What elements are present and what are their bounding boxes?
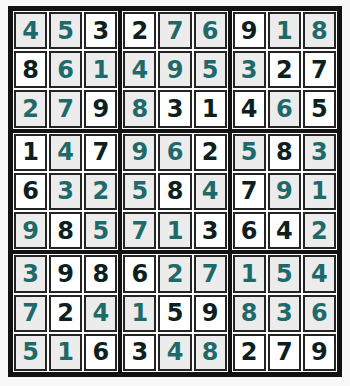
sudoku-cell-r5c4[interactable]: 5 bbox=[123, 173, 156, 210]
sudoku-board: 4538612792764958319183274651476329859625… bbox=[8, 6, 342, 377]
sudoku-cell-r3c4[interactable]: 8 bbox=[123, 90, 156, 127]
sudoku-cell-r5c5[interactable]: 8 bbox=[158, 173, 191, 210]
sudoku-cell-r2c4[interactable]: 4 bbox=[123, 51, 156, 88]
sudoku-cell-r7c3[interactable]: 8 bbox=[84, 255, 117, 292]
sudoku-box-r1c2: 276495831 bbox=[120, 9, 229, 131]
sudoku-cell-r8c5[interactable]: 5 bbox=[158, 295, 191, 332]
sudoku-cell-r6c1[interactable]: 9 bbox=[14, 212, 47, 249]
sudoku-cell-r6c3[interactable]: 5 bbox=[84, 212, 117, 249]
sudoku-cell-r3c8[interactable]: 6 bbox=[268, 90, 301, 127]
sudoku-cell-r8c6[interactable]: 9 bbox=[194, 295, 227, 332]
sudoku-cell-r8c7[interactable]: 8 bbox=[233, 295, 266, 332]
sudoku-cell-r6c9[interactable]: 2 bbox=[303, 212, 336, 249]
sudoku-cell-r4c7[interactable]: 5 bbox=[233, 134, 266, 171]
sudoku-cell-r1c3[interactable]: 3 bbox=[84, 12, 117, 49]
sudoku-cell-r9c4[interactable]: 3 bbox=[123, 334, 156, 371]
sudoku-cell-r4c1[interactable]: 1 bbox=[14, 134, 47, 171]
sudoku-cell-r1c6[interactable]: 6 bbox=[194, 12, 227, 49]
sudoku-cell-r1c9[interactable]: 8 bbox=[303, 12, 336, 49]
sudoku-cell-r3c7[interactable]: 4 bbox=[233, 90, 266, 127]
sudoku-cell-r5c2[interactable]: 3 bbox=[49, 173, 82, 210]
sudoku-cell-r9c8[interactable]: 7 bbox=[268, 334, 301, 371]
sudoku-box-r2c1: 147632985 bbox=[11, 131, 120, 253]
sudoku-box-r3c3: 154836279 bbox=[230, 252, 339, 374]
sudoku-cell-r4c8[interactable]: 8 bbox=[268, 134, 301, 171]
sudoku-cell-r1c8[interactable]: 1 bbox=[268, 12, 301, 49]
sudoku-cell-r1c2[interactable]: 5 bbox=[49, 12, 82, 49]
sudoku-box-r3c1: 398724516 bbox=[11, 252, 120, 374]
sudoku-cell-r3c2[interactable]: 7 bbox=[49, 90, 82, 127]
sudoku-cell-r4c9[interactable]: 3 bbox=[303, 134, 336, 171]
sudoku-cell-r9c3[interactable]: 6 bbox=[84, 334, 117, 371]
sudoku-cell-r9c2[interactable]: 1 bbox=[49, 334, 82, 371]
sudoku-box-r2c3: 583791642 bbox=[230, 131, 339, 253]
sudoku-cell-r4c2[interactable]: 4 bbox=[49, 134, 82, 171]
sudoku-cell-r7c7[interactable]: 1 bbox=[233, 255, 266, 292]
sudoku-cell-r8c9[interactable]: 6 bbox=[303, 295, 336, 332]
sudoku-cell-r2c2[interactable]: 6 bbox=[49, 51, 82, 88]
sudoku-cell-r8c2[interactable]: 2 bbox=[49, 295, 82, 332]
sudoku-cell-r2c8[interactable]: 2 bbox=[268, 51, 301, 88]
sudoku-cell-r2c3[interactable]: 1 bbox=[84, 51, 117, 88]
sudoku-cell-r2c9[interactable]: 7 bbox=[303, 51, 336, 88]
sudoku-cell-r7c5[interactable]: 2 bbox=[158, 255, 191, 292]
sudoku-box-r3c2: 627159348 bbox=[120, 252, 229, 374]
sudoku-cell-r6c7[interactable]: 6 bbox=[233, 212, 266, 249]
sudoku-cell-r6c2[interactable]: 8 bbox=[49, 212, 82, 249]
sudoku-cell-r5c6[interactable]: 4 bbox=[194, 173, 227, 210]
sudoku-cell-r6c4[interactable]: 7 bbox=[123, 212, 156, 249]
sudoku-cell-r6c8[interactable]: 4 bbox=[268, 212, 301, 249]
sudoku-box-r1c3: 918327465 bbox=[230, 9, 339, 131]
sudoku-box-r2c2: 962584713 bbox=[120, 131, 229, 253]
sudoku-cell-r6c5[interactable]: 1 bbox=[158, 212, 191, 249]
sudoku-cell-r3c3[interactable]: 9 bbox=[84, 90, 117, 127]
sudoku-cell-r3c9[interactable]: 5 bbox=[303, 90, 336, 127]
sudoku-cell-r9c9[interactable]: 9 bbox=[303, 334, 336, 371]
sudoku-cell-r7c4[interactable]: 6 bbox=[123, 255, 156, 292]
sudoku-cell-r5c7[interactable]: 7 bbox=[233, 173, 266, 210]
sudoku-cell-r8c3[interactable]: 4 bbox=[84, 295, 117, 332]
sudoku-cell-r7c1[interactable]: 3 bbox=[14, 255, 47, 292]
sudoku-cell-r2c7[interactable]: 3 bbox=[233, 51, 266, 88]
sudoku-cell-r8c8[interactable]: 3 bbox=[268, 295, 301, 332]
sudoku-cell-r3c5[interactable]: 3 bbox=[158, 90, 191, 127]
sudoku-cell-r7c9[interactable]: 4 bbox=[303, 255, 336, 292]
sudoku-cell-r7c2[interactable]: 9 bbox=[49, 255, 82, 292]
sudoku-cell-r9c5[interactable]: 4 bbox=[158, 334, 191, 371]
sudoku-cell-r5c1[interactable]: 6 bbox=[14, 173, 47, 210]
sudoku-page: 4538612792764958319183274651476329859625… bbox=[0, 0, 350, 385]
sudoku-cell-r4c3[interactable]: 7 bbox=[84, 134, 117, 171]
sudoku-cell-r9c6[interactable]: 8 bbox=[194, 334, 227, 371]
sudoku-cell-r2c1[interactable]: 8 bbox=[14, 51, 47, 88]
sudoku-cell-r5c3[interactable]: 2 bbox=[84, 173, 117, 210]
sudoku-cell-r3c6[interactable]: 1 bbox=[194, 90, 227, 127]
sudoku-cell-r3c1[interactable]: 2 bbox=[14, 90, 47, 127]
sudoku-cell-r4c4[interactable]: 9 bbox=[123, 134, 156, 171]
sudoku-cell-r5c8[interactable]: 9 bbox=[268, 173, 301, 210]
sudoku-cell-r1c4[interactable]: 2 bbox=[123, 12, 156, 49]
sudoku-cell-r5c9[interactable]: 1 bbox=[303, 173, 336, 210]
sudoku-cell-r6c6[interactable]: 3 bbox=[194, 212, 227, 249]
sudoku-cell-r1c7[interactable]: 9 bbox=[233, 12, 266, 49]
sudoku-cell-r7c6[interactable]: 7 bbox=[194, 255, 227, 292]
sudoku-cell-r1c5[interactable]: 7 bbox=[158, 12, 191, 49]
sudoku-cell-r1c1[interactable]: 4 bbox=[14, 12, 47, 49]
sudoku-cell-r8c1[interactable]: 7 bbox=[14, 295, 47, 332]
sudoku-cell-r2c5[interactable]: 9 bbox=[158, 51, 191, 88]
sudoku-cell-r9c7[interactable]: 2 bbox=[233, 334, 266, 371]
sudoku-cell-r8c4[interactable]: 1 bbox=[123, 295, 156, 332]
sudoku-box-r1c1: 453861279 bbox=[11, 9, 120, 131]
sudoku-cell-r7c8[interactable]: 5 bbox=[268, 255, 301, 292]
sudoku-cell-r4c6[interactable]: 2 bbox=[194, 134, 227, 171]
sudoku-cell-r2c6[interactable]: 5 bbox=[194, 51, 227, 88]
sudoku-cell-r9c1[interactable]: 5 bbox=[14, 334, 47, 371]
sudoku-cell-r4c5[interactable]: 6 bbox=[158, 134, 191, 171]
